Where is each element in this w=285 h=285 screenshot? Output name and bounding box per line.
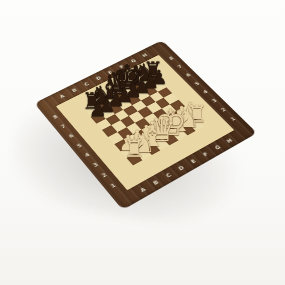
chess-board: ABCDEFGH ABCDEFGH 87654321 87654321 (34, 40, 257, 210)
board-field (56, 55, 234, 190)
chess-set-photo: ABCDEFGH ABCDEFGH 87654321 87654321 ♜♞♝♛… (0, 0, 285, 285)
squares-grid (85, 75, 205, 166)
perspective-scene: ABCDEFGH ABCDEFGH 87654321 87654321 (0, 0, 285, 285)
